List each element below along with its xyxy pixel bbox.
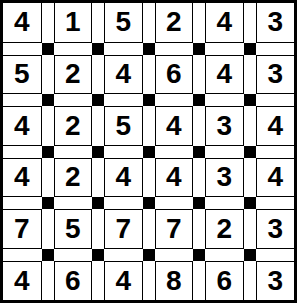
- vertex-dot: [143, 94, 155, 106]
- grid-gutter: [193, 158, 205, 198]
- grid-cell-r6c4[interactable]: 8: [155, 261, 194, 301]
- vertex-dot: [193, 249, 205, 261]
- grid-gutter: [193, 3, 205, 43]
- grid-cell-r5c5[interactable]: 2: [205, 209, 244, 249]
- grid-gutter: [155, 197, 194, 209]
- grid-cell-r5c4[interactable]: 7: [155, 209, 194, 249]
- grid-gutter: [104, 43, 143, 55]
- grid-cell-r2c5[interactable]: 4: [205, 55, 244, 95]
- grid-gutter: [205, 197, 244, 209]
- vertex-dot: [244, 249, 256, 261]
- grid-gutter: [155, 94, 194, 106]
- vertex-dot: [42, 43, 54, 55]
- grid-cell-r3c4[interactable]: 4: [155, 106, 194, 146]
- grid-cell-r3c6[interactable]: 4: [256, 106, 295, 146]
- grid-gutter: [256, 249, 295, 261]
- grid-gutter: [92, 158, 104, 198]
- grid-gutter: [92, 261, 104, 301]
- grid-gutter: [256, 197, 295, 209]
- grid-gutter: [244, 158, 256, 198]
- grid-gutter: [244, 3, 256, 43]
- vertex-dot: [92, 197, 104, 209]
- vertex-dot: [42, 249, 54, 261]
- grid-cell-r3c5[interactable]: 3: [205, 106, 244, 146]
- grid-gutter: [256, 94, 295, 106]
- grid-cell-r6c2[interactable]: 6: [54, 261, 93, 301]
- grid-gutter: [256, 146, 295, 158]
- grid-gutter: [3, 43, 42, 55]
- grid-gutter: [92, 55, 104, 95]
- grid-gutter: [3, 146, 42, 158]
- grid-gutter: [104, 197, 143, 209]
- grid-gutter: [143, 209, 155, 249]
- vertex-dot: [244, 94, 256, 106]
- grid-gutter: [104, 249, 143, 261]
- grid-cell-r4c1[interactable]: 4: [3, 158, 42, 198]
- grid-gutter: [244, 209, 256, 249]
- grid-cell-r6c5[interactable]: 6: [205, 261, 244, 301]
- grid-gutter: [193, 209, 205, 249]
- grid-cell-r4c4[interactable]: 4: [155, 158, 194, 198]
- grid-cell-r1c5[interactable]: 4: [205, 3, 244, 43]
- grid-gutter: [54, 94, 93, 106]
- grid-gutter: [54, 43, 93, 55]
- grid-gutter: [42, 106, 54, 146]
- vertex-dot: [143, 197, 155, 209]
- vertex-dot: [244, 197, 256, 209]
- grid-gutter: [42, 55, 54, 95]
- grid-cell-r1c3[interactable]: 5: [104, 3, 143, 43]
- grid-gutter: [143, 55, 155, 95]
- grid-cell-r3c3[interactable]: 5: [104, 106, 143, 146]
- grid-cell-r4c2[interactable]: 2: [54, 158, 93, 198]
- vertex-dot: [143, 43, 155, 55]
- grid-gutter: [244, 55, 256, 95]
- vertex-dot: [193, 146, 205, 158]
- grid-cell-r2c4[interactable]: 6: [155, 55, 194, 95]
- grid-gutter: [155, 249, 194, 261]
- grid-cell-r2c3[interactable]: 4: [104, 55, 143, 95]
- grid-cell-r1c2[interactable]: 1: [54, 3, 93, 43]
- grid-gutter: [155, 146, 194, 158]
- grid-cell-r6c6[interactable]: 3: [256, 261, 295, 301]
- grid-cell-r5c1[interactable]: 7: [3, 209, 42, 249]
- vertex-dot: [92, 43, 104, 55]
- puzzle-board: 415243524643425434424434757723464863: [0, 0, 297, 303]
- grid-gutter: [92, 209, 104, 249]
- vertex-dot: [92, 146, 104, 158]
- vertex-dot: [143, 146, 155, 158]
- grid-gutter: [205, 146, 244, 158]
- vertex-dot: [92, 249, 104, 261]
- grid-gutter: [244, 106, 256, 146]
- grid-gutter: [143, 261, 155, 301]
- vertex-dot: [42, 146, 54, 158]
- grid-cell-r5c2[interactable]: 5: [54, 209, 93, 249]
- grid-gutter: [54, 249, 93, 261]
- vertex-dot: [193, 94, 205, 106]
- grid-cell-r5c6[interactable]: 3: [256, 209, 295, 249]
- grid-gutter: [193, 106, 205, 146]
- grid-gutter: [42, 3, 54, 43]
- grid-gutter: [143, 106, 155, 146]
- grid-gutter: [54, 146, 93, 158]
- grid-gutter: [205, 43, 244, 55]
- grid-gutter: [3, 249, 42, 261]
- grid-gutter: [244, 261, 256, 301]
- grid-gutter: [193, 55, 205, 95]
- grid-gutter: [42, 261, 54, 301]
- grid-gutter: [3, 197, 42, 209]
- grid-gutter: [193, 261, 205, 301]
- grid-gutter: [143, 158, 155, 198]
- grid-cell-r1c1[interactable]: 4: [3, 3, 42, 43]
- grid-gutter: [42, 158, 54, 198]
- grid-gutter: [104, 146, 143, 158]
- grid-gutter: [104, 94, 143, 106]
- vertex-dot: [193, 43, 205, 55]
- grid-gutter: [143, 3, 155, 43]
- vertex-dot: [92, 94, 104, 106]
- grid-gutter: [205, 249, 244, 261]
- grid-gutter: [205, 94, 244, 106]
- vertex-dot: [193, 197, 205, 209]
- grid-cell-r1c4[interactable]: 2: [155, 3, 194, 43]
- grid-cell-r4c6[interactable]: 4: [256, 158, 295, 198]
- grid-cell-r2c1[interactable]: 5: [3, 55, 42, 95]
- grid-cell-r5c3[interactable]: 7: [104, 209, 143, 249]
- grid-cell-r2c6[interactable]: 3: [256, 55, 295, 95]
- vertex-dot: [42, 94, 54, 106]
- grid-cell-r6c3[interactable]: 4: [104, 261, 143, 301]
- grid-gutter: [92, 3, 104, 43]
- grid-cell-r4c3[interactable]: 4: [104, 158, 143, 198]
- vertex-dot: [244, 43, 256, 55]
- grid-cell-r3c2[interactable]: 2: [54, 106, 93, 146]
- grid-gutter: [92, 106, 104, 146]
- vertex-dot: [143, 249, 155, 261]
- grid-gutter: [256, 43, 295, 55]
- grid-cell-r3c1[interactable]: 4: [3, 106, 42, 146]
- grid-cell-r6c1[interactable]: 4: [3, 261, 42, 301]
- grid-gutter: [42, 209, 54, 249]
- grid-gutter: [3, 94, 42, 106]
- grid-cell-r2c2[interactable]: 2: [54, 55, 93, 95]
- grid-gutter: [54, 197, 93, 209]
- grid-gutter: [155, 43, 194, 55]
- grid-cell-r1c6[interactable]: 3: [256, 3, 295, 43]
- vertex-dot: [244, 146, 256, 158]
- grid-cell-r4c5[interactable]: 3: [205, 158, 244, 198]
- vertex-dot: [42, 197, 54, 209]
